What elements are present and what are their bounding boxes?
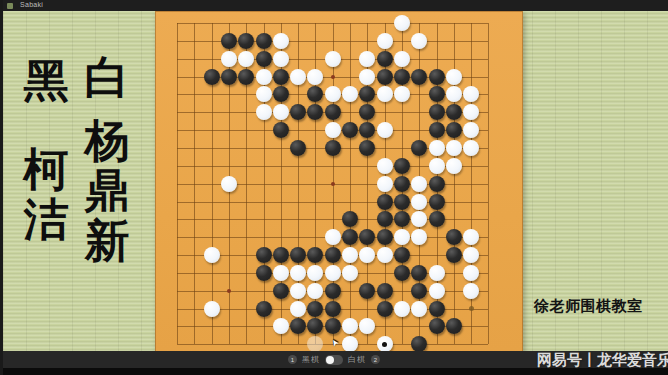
stone-white-18-13[interactable] xyxy=(463,229,479,245)
stone-white-7-6[interactable] xyxy=(273,104,289,120)
stone-white-9-15[interactable] xyxy=(307,265,323,281)
stone-black-15-15[interactable] xyxy=(411,265,427,281)
stone-black-7-16[interactable] xyxy=(273,283,289,299)
black-captures-badge: 1 xyxy=(288,355,297,364)
stone-black-11-13[interactable] xyxy=(342,229,358,245)
hoshi-point xyxy=(331,75,335,79)
stone-black-7-14[interactable] xyxy=(273,247,289,263)
stone-black-11-7[interactable] xyxy=(342,122,358,138)
stone-white-13-5[interactable] xyxy=(377,86,393,102)
stone-white-9-4[interactable] xyxy=(307,69,323,85)
stone-white-11-14[interactable] xyxy=(342,247,358,263)
stone-white-13-19[interactable] xyxy=(377,336,393,352)
stone-black-9-5[interactable] xyxy=(307,86,323,102)
stone-white-13-9[interactable] xyxy=(377,158,393,174)
stone-white-10-13[interactable] xyxy=(325,229,341,245)
stone-black-5-2[interactable] xyxy=(238,33,254,49)
stone-white-11-19[interactable] xyxy=(342,336,358,352)
stone-black-10-8[interactable] xyxy=(325,140,341,156)
stone-white-15-17[interactable] xyxy=(411,301,427,317)
stone-white-4-3[interactable] xyxy=(221,51,237,67)
stone-black-14-11[interactable] xyxy=(394,194,410,210)
stone-black-10-6[interactable] xyxy=(325,104,341,120)
stone-black-16-11[interactable] xyxy=(429,194,445,210)
white-player-toolbar-label: 白棋 xyxy=(348,354,366,365)
stone-black-13-3[interactable] xyxy=(377,51,393,67)
stone-black-12-6[interactable] xyxy=(359,104,375,120)
player-char: 鼎 xyxy=(83,166,131,216)
stone-white-5-3[interactable] xyxy=(238,51,254,67)
watermark-text: 网易号丨龙华爱音乐 xyxy=(537,351,668,368)
stone-black-10-17[interactable] xyxy=(325,301,341,317)
stone-black-7-4[interactable] xyxy=(273,69,289,85)
stone-white-13-14[interactable] xyxy=(377,247,393,263)
stone-white-16-16[interactable] xyxy=(429,283,445,299)
stone-white-17-4[interactable] xyxy=(446,69,462,85)
window-edge xyxy=(0,0,3,375)
app-icon xyxy=(7,3,13,9)
stone-white-7-18[interactable] xyxy=(273,318,289,334)
stone-black-13-4[interactable] xyxy=(377,69,393,85)
black-player-label: 黑柯洁 xyxy=(22,56,70,245)
stone-white-11-15[interactable] xyxy=(342,265,358,281)
stone-white-12-3[interactable] xyxy=(359,51,375,67)
stone-black-14-9[interactable] xyxy=(394,158,410,174)
stone-white-15-10[interactable] xyxy=(411,176,427,192)
stone-white-14-13[interactable] xyxy=(394,229,410,245)
stone-black-12-5[interactable] xyxy=(359,86,375,102)
stone-black-16-4[interactable] xyxy=(429,69,445,85)
annotation-dot xyxy=(469,306,474,311)
stone-white-3-17[interactable] xyxy=(204,301,220,317)
classroom-caption: 徐老师围棋教室 xyxy=(534,297,666,316)
stone-black-6-2[interactable] xyxy=(256,33,272,49)
stone-black-8-8[interactable] xyxy=(290,140,306,156)
stone-white-18-7[interactable] xyxy=(463,122,479,138)
stone-white-15-12[interactable] xyxy=(411,211,427,227)
hoshi-point xyxy=(331,182,335,186)
stone-white-8-17[interactable] xyxy=(290,301,306,317)
stone-black-13-17[interactable] xyxy=(377,301,393,317)
stone-black-16-6[interactable] xyxy=(429,104,445,120)
stone-black-15-16[interactable] xyxy=(411,283,427,299)
stone-black-14-12[interactable] xyxy=(394,211,410,227)
stone-white-6-4[interactable] xyxy=(256,69,272,85)
player-char: 洁 xyxy=(22,195,70,245)
stone-black-15-4[interactable] xyxy=(411,69,427,85)
stone-white-12-14[interactable] xyxy=(359,247,375,263)
stone-black-16-5[interactable] xyxy=(429,86,445,102)
stone-black-13-11[interactable] xyxy=(377,194,393,210)
stone-black-16-18[interactable] xyxy=(429,318,445,334)
stone-black-8-6[interactable] xyxy=(290,104,306,120)
last-move-marker xyxy=(382,342,387,347)
stone-white-15-13[interactable] xyxy=(411,229,427,245)
stone-black-12-8[interactable] xyxy=(359,140,375,156)
stone-black-13-12[interactable] xyxy=(377,211,393,227)
stone-black-10-18[interactable] xyxy=(325,318,341,334)
stone-black-16-10[interactable] xyxy=(429,176,445,192)
stone-white-3-14[interactable] xyxy=(204,247,220,263)
grid-line-v xyxy=(350,23,351,344)
toggle-knob xyxy=(326,356,334,364)
stone-black-17-13[interactable] xyxy=(446,229,462,245)
stone-black-9-14[interactable] xyxy=(307,247,323,263)
player-char: 白 xyxy=(83,53,131,103)
stone-white-18-14[interactable] xyxy=(463,247,479,263)
stone-white-17-5[interactable] xyxy=(446,86,462,102)
stone-white-11-18[interactable] xyxy=(342,318,358,334)
stone-black-15-8[interactable] xyxy=(411,140,427,156)
black-player-toolbar-label: 黑棋 xyxy=(302,354,320,365)
stone-white-17-9[interactable] xyxy=(446,158,462,174)
stone-black-12-16[interactable] xyxy=(359,283,375,299)
stone-black-4-4[interactable] xyxy=(221,69,237,85)
stone-black-7-7[interactable] xyxy=(273,122,289,138)
stone-white-18-6[interactable] xyxy=(463,104,479,120)
stone-black-6-3[interactable] xyxy=(256,51,272,67)
stone-black-9-6[interactable] xyxy=(307,104,323,120)
stone-white-15-11[interactable] xyxy=(411,194,427,210)
stone-white-6-5[interactable] xyxy=(256,86,272,102)
stone-black-6-14[interactable] xyxy=(256,247,272,263)
stone-white-18-16[interactable] xyxy=(463,283,479,299)
stone-black-14-15[interactable] xyxy=(394,265,410,281)
stone-white-10-5[interactable] xyxy=(325,86,341,102)
stone-black-3-4[interactable] xyxy=(204,69,220,85)
stone-white-10-7[interactable] xyxy=(325,122,341,138)
stone-black-8-18[interactable] xyxy=(290,318,306,334)
stone-black-17-14[interactable] xyxy=(446,247,462,263)
stone-black-6-17[interactable] xyxy=(256,301,272,317)
stone-black-14-4[interactable] xyxy=(394,69,410,85)
stone-black-16-12[interactable] xyxy=(429,211,445,227)
stone-black-10-16[interactable] xyxy=(325,283,341,299)
stone-black-15-19[interactable] xyxy=(411,336,427,352)
stone-black-5-4[interactable] xyxy=(238,69,254,85)
grid-line-v xyxy=(488,23,489,344)
stone-white-8-4[interactable] xyxy=(290,69,306,85)
go-board[interactable] xyxy=(155,11,523,352)
stone-white-12-18[interactable] xyxy=(359,318,375,334)
stone-black-17-6[interactable] xyxy=(446,104,462,120)
white-captures-badge: 2 xyxy=(371,355,380,364)
hoshi-point xyxy=(227,289,231,293)
stone-white-18-8[interactable] xyxy=(463,140,479,156)
stone-white-17-8[interactable] xyxy=(446,140,462,156)
stone-white-13-10[interactable] xyxy=(377,176,393,192)
stone-black-12-13[interactable] xyxy=(359,229,375,245)
stone-white-6-6[interactable] xyxy=(256,104,272,120)
white-player-label: 白杨鼎新 xyxy=(83,53,131,266)
stone-white-9-16[interactable] xyxy=(307,283,323,299)
stone-white-11-5[interactable] xyxy=(342,86,358,102)
watermark: 网易号丨龙华爱音乐 ≡ xyxy=(537,351,668,370)
stone-black-14-14[interactable] xyxy=(394,247,410,263)
stone-black-17-7[interactable] xyxy=(446,122,462,138)
stone-black-8-14[interactable] xyxy=(290,247,306,263)
stone-white-15-2[interactable] xyxy=(411,33,427,49)
stone-black-11-12[interactable] xyxy=(342,211,358,227)
stone-white-10-3[interactable] xyxy=(325,51,341,67)
stone-black-12-7[interactable] xyxy=(359,122,375,138)
stone-white-10-15[interactable] xyxy=(325,265,341,281)
stone-black-17-18[interactable] xyxy=(446,318,462,334)
stone-black-9-18[interactable] xyxy=(307,318,323,334)
title-bar[interactable]: Sabaki xyxy=(0,0,668,11)
stone-white-13-7[interactable] xyxy=(377,122,393,138)
ghost-stone-9-19[interactable] xyxy=(307,336,323,352)
stone-black-14-10[interactable] xyxy=(394,176,410,192)
stone-white-18-5[interactable] xyxy=(463,86,479,102)
stone-black-9-17[interactable] xyxy=(307,301,323,317)
stone-black-16-7[interactable] xyxy=(429,122,445,138)
stone-black-13-16[interactable] xyxy=(377,283,393,299)
stone-white-7-2[interactable] xyxy=(273,33,289,49)
stone-white-13-2[interactable] xyxy=(377,33,393,49)
stone-white-14-5[interactable] xyxy=(394,86,410,102)
stone-white-12-4[interactable] xyxy=(359,69,375,85)
stone-white-8-15[interactable] xyxy=(290,265,306,281)
player-char: 杨 xyxy=(83,116,131,166)
stone-black-13-13[interactable] xyxy=(377,229,393,245)
turn-toggle[interactable] xyxy=(325,355,343,365)
stone-black-7-5[interactable] xyxy=(273,86,289,102)
player-char: 黑 xyxy=(22,56,70,106)
stone-white-18-15[interactable] xyxy=(463,265,479,281)
stone-white-16-9[interactable] xyxy=(429,158,445,174)
stone-white-4-10[interactable] xyxy=(221,176,237,192)
stone-white-7-3[interactable] xyxy=(273,51,289,67)
stone-black-16-17[interactable] xyxy=(429,301,445,317)
stone-white-14-17[interactable] xyxy=(394,301,410,317)
stone-white-16-8[interactable] xyxy=(429,140,445,156)
window-title: Sabaki xyxy=(20,1,43,8)
stone-black-6-15[interactable] xyxy=(256,265,272,281)
stone-white-8-16[interactable] xyxy=(290,283,306,299)
stone-white-14-1[interactable] xyxy=(394,15,410,31)
stone-white-16-15[interactable] xyxy=(429,265,445,281)
stone-black-10-14[interactable] xyxy=(325,247,341,263)
app-window: Sabaki 黑柯洁 白杨鼎新 徐老师围棋教室 1 黑棋 白棋 2 网易号丨龙华… xyxy=(0,0,668,375)
stone-black-4-2[interactable] xyxy=(221,33,237,49)
player-char: 新 xyxy=(83,216,131,266)
stone-white-7-15[interactable] xyxy=(273,265,289,281)
stone-white-14-3[interactable] xyxy=(394,51,410,67)
player-char: 柯 xyxy=(22,145,70,195)
